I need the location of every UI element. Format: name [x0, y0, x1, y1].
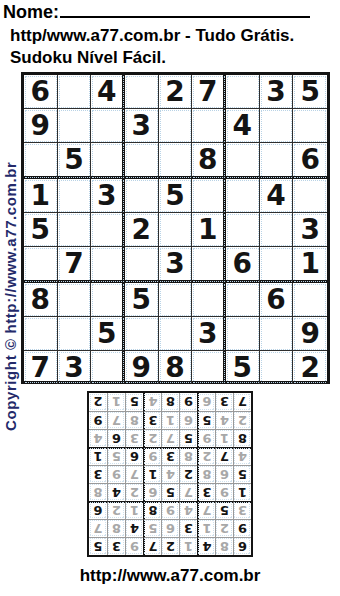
puzzle-cell: 3 [293, 213, 327, 247]
solution-cell: 5 [143, 519, 161, 537]
puzzle-cell: 9 [24, 109, 58, 143]
puzzle-cell [293, 109, 327, 143]
puzzle-cell: 5 [159, 179, 193, 213]
solution-cell: 1 [143, 465, 161, 483]
solution-cell: 7 [215, 447, 233, 465]
puzzle-cell [260, 143, 294, 179]
site-title: http/www.a77.com.br - Tudo Grátis. [10, 26, 294, 46]
puzzle-cell [260, 109, 294, 143]
puzzle-cell: 7 [58, 247, 92, 283]
puzzle-cell: 5 [58, 143, 92, 179]
solution-cell: 2 [197, 447, 215, 465]
solution-cell: 1 [233, 483, 251, 501]
solution-cell: 2 [107, 501, 125, 519]
puzzle-cell [125, 179, 159, 213]
puzzle-cell [91, 213, 125, 247]
puzzle-cell: 8 [192, 143, 226, 179]
puzzle-cell [58, 109, 92, 143]
puzzle-cell: 5 [125, 283, 159, 317]
difficulty-title: Sudoku Nível Fácil. [10, 48, 166, 68]
puzzle-cell: 5 [91, 317, 125, 351]
puzzle-cell [226, 143, 260, 179]
copyright-vertical-text: Copyright © http://www.a77.com.br [2, 162, 19, 431]
puzzle-cell: 3 [125, 109, 159, 143]
solution-cell: 8 [215, 537, 233, 555]
solution-cell: 7 [161, 429, 179, 447]
puzzle-cell [226, 317, 260, 351]
puzzle-cell [58, 317, 92, 351]
puzzle-cell [192, 247, 226, 283]
puzzle-cell [226, 283, 260, 317]
solution-cell: 8 [161, 393, 179, 411]
solution-cell: 1 [125, 501, 143, 519]
solution-cell: 8 [197, 465, 215, 483]
puzzle-cell: 1 [24, 179, 58, 213]
solution-cell: 5 [179, 429, 197, 447]
solution-cell: 6 [233, 537, 251, 555]
puzzle-cell [91, 109, 125, 143]
puzzle-cell: 8 [24, 283, 58, 317]
puzzle-cell [125, 317, 159, 351]
solution-cell: 9 [215, 483, 233, 501]
solution-cell: 8 [107, 519, 125, 537]
puzzle-cell [91, 351, 125, 384]
puzzle-cell [24, 247, 58, 283]
puzzle-cell [260, 351, 294, 384]
puzzle-cell: 4 [91, 75, 125, 109]
solution-cell: 7 [179, 483, 197, 501]
solution-cell: 6 [179, 411, 197, 429]
puzzle-cell [159, 283, 193, 317]
solution-cell: 5 [125, 393, 143, 411]
solution-cell: 2 [143, 429, 161, 447]
solution-cell: 9 [107, 465, 125, 483]
solution-cell: 8 [233, 429, 251, 447]
puzzle-cell: 4 [226, 109, 260, 143]
puzzle-cell: 9 [293, 317, 327, 351]
solution-cell: 6 [143, 483, 161, 501]
solution-cell: 6 [161, 519, 179, 537]
puzzle-cell [91, 143, 125, 179]
solution-cell: 5 [233, 465, 251, 483]
puzzle-cell: 1 [192, 213, 226, 247]
puzzle-cell [226, 179, 260, 213]
solution-cell: 4 [215, 411, 233, 429]
puzzle-cell: 8 [159, 351, 193, 384]
solution-cell: 2 [89, 393, 107, 411]
solution-cell: 2 [179, 465, 197, 483]
solution-cell: 2 [125, 483, 143, 501]
puzzle-cell [192, 179, 226, 213]
puzzle-cell [293, 283, 327, 317]
solution-cell: 4 [89, 429, 107, 447]
puzzle-cell [58, 179, 92, 213]
puzzle-cell [125, 143, 159, 179]
puzzle-cell [159, 213, 193, 247]
puzzle-cell: 7 [24, 351, 58, 384]
puzzle-cell: 5 [226, 351, 260, 384]
solution-cell: 3 [143, 411, 161, 429]
puzzle-cell [226, 75, 260, 109]
footer-url: http://www.a77.com.br [0, 566, 340, 586]
puzzle-cell: 4 [260, 179, 294, 213]
puzzle-cell: 2 [125, 213, 159, 247]
solution-cell: 9 [179, 393, 197, 411]
solution-cell: 8 [125, 411, 143, 429]
puzzle-cell: 1 [293, 247, 327, 283]
solution-cell: 3 [161, 447, 179, 465]
name-row: Nome: [3, 1, 310, 23]
puzzle-cell: 6 [226, 247, 260, 283]
puzzle-cell [260, 213, 294, 247]
solution-cell: 5 [107, 447, 125, 465]
puzzle-cell [159, 109, 193, 143]
solution-cell: 1 [89, 447, 107, 465]
solution-cell: 3 [89, 465, 107, 483]
puzzle-cell [260, 247, 294, 283]
puzzle-cell: 7 [192, 75, 226, 109]
solution-cell: 8 [179, 447, 197, 465]
puzzle-cell: 5 [24, 213, 58, 247]
solution-cell: 2 [233, 411, 251, 429]
name-underline [60, 1, 310, 18]
solution-cell: 9 [161, 501, 179, 519]
puzzle-cell [192, 283, 226, 317]
solution-cell: 5 [215, 501, 233, 519]
puzzle-cell: 6 [260, 283, 294, 317]
solution-cell: 7 [125, 465, 143, 483]
solution-cell: 9 [197, 429, 215, 447]
puzzle-cell [58, 213, 92, 247]
puzzle-cell: 6 [24, 75, 58, 109]
name-label: Nome: [3, 2, 59, 22]
solution-cell: 7 [233, 393, 251, 411]
solution-cell: 3 [233, 501, 251, 519]
solution-cell: 3 [197, 483, 215, 501]
puzzle-cell [192, 109, 226, 143]
solution-cell: 1 [107, 393, 125, 411]
solution-cell: 7 [107, 411, 125, 429]
sudoku-solution-grid-rotated: 6841279359213654873574981261937562485682… [87, 391, 253, 557]
solution-cell: 1 [197, 519, 215, 537]
puzzle-cell [125, 247, 159, 283]
puzzle-cell [159, 317, 193, 351]
solution-cell: 1 [161, 411, 179, 429]
solution-cell: 9 [233, 519, 251, 537]
solution-cell: 9 [89, 411, 107, 429]
solution-cell: 5 [161, 483, 179, 501]
puzzle-cell: 3 [91, 179, 125, 213]
solution-cell: 6 [125, 447, 143, 465]
solution-cell: 3 [125, 429, 143, 447]
solution-cell: 1 [215, 429, 233, 447]
puzzle-cell: 3 [159, 247, 193, 283]
solution-cell: 5 [197, 411, 215, 429]
puzzle-cell [58, 283, 92, 317]
solution-cell: 6 [89, 501, 107, 519]
puzzle-cell [91, 247, 125, 283]
puzzle-cell [91, 283, 125, 317]
solution-cell: 7 [143, 537, 161, 555]
puzzle-cell [24, 317, 58, 351]
puzzle-cell: 2 [159, 75, 193, 109]
solution-cell: 4 [179, 501, 197, 519]
solution-cell: 6 [215, 465, 233, 483]
puzzle-cell: 3 [58, 351, 92, 384]
puzzle-cell [293, 179, 327, 213]
puzzle-cell: 3 [260, 75, 294, 109]
solution-cell: 4 [107, 483, 125, 501]
solution-cell: 6 [107, 429, 125, 447]
solution-cell: 9 [143, 447, 161, 465]
solution-cell: 4 [197, 537, 215, 555]
solution-cell: 4 [125, 519, 143, 537]
solution-cell: 2 [215, 519, 233, 537]
sudoku-puzzle-grid: 642735934586135452137361856539739852 [21, 72, 330, 384]
puzzle-cell [260, 317, 294, 351]
solution-cell: 4 [143, 393, 161, 411]
solution-cell: 8 [143, 501, 161, 519]
solution-cell: 2 [161, 537, 179, 555]
puzzle-cell [159, 143, 193, 179]
puzzle-cell [226, 213, 260, 247]
puzzle-cell: 2 [293, 351, 327, 384]
puzzle-cell [24, 143, 58, 179]
solution-cell: 7 [89, 519, 107, 537]
solution-cell: 6 [197, 393, 215, 411]
solution-cell: 5 [89, 537, 107, 555]
solution-cell: 3 [215, 393, 233, 411]
puzzle-cell [125, 75, 159, 109]
solution-cell: 8 [89, 483, 107, 501]
solution-cell: 9 [125, 537, 143, 555]
puzzle-cell [192, 351, 226, 384]
solution-cell: 3 [179, 519, 197, 537]
solution-cell: 4 [161, 465, 179, 483]
solution-cell: 1 [179, 537, 197, 555]
solution-cell: 4 [233, 447, 251, 465]
puzzle-cell: 9 [125, 351, 159, 384]
solution-cell: 7 [197, 501, 215, 519]
puzzle-cell [58, 75, 92, 109]
solution-cell: 3 [107, 537, 125, 555]
puzzle-cell: 6 [293, 143, 327, 179]
printable-sudoku-page: Nome: http/www.a77.com.br - Tudo Grátis.… [0, 0, 340, 596]
puzzle-cell: 3 [192, 317, 226, 351]
puzzle-cell: 5 [293, 75, 327, 109]
